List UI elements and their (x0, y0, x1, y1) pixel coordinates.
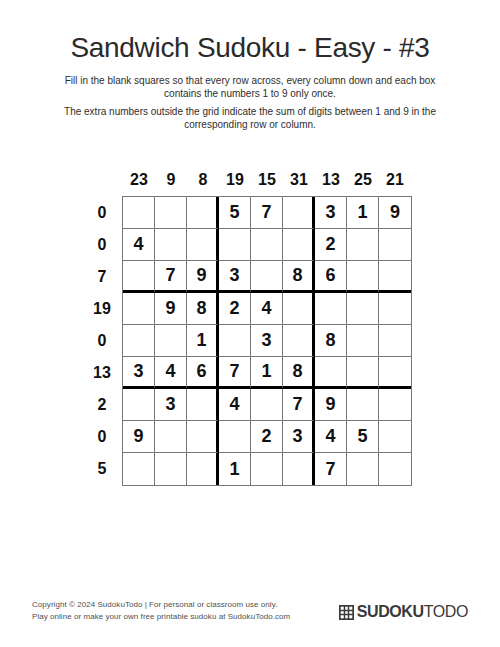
col-clue-6: 31 (283, 164, 315, 192)
col-clue-3: 8 (187, 164, 219, 192)
cell-r5c3[interactable]: 1 (187, 325, 219, 357)
cell-r6c8[interactable] (347, 357, 379, 389)
col-clue-5: 15 (251, 164, 283, 192)
cell-r6c1[interactable]: 3 (123, 357, 155, 389)
row-clue-1: 0 (86, 197, 118, 229)
cell-r2c9[interactable] (379, 229, 411, 261)
cell-r5c9[interactable] (379, 325, 411, 357)
col-clue-8: 25 (347, 164, 379, 192)
cell-r2c8[interactable] (347, 229, 379, 261)
cell-r9c9[interactable] (379, 453, 411, 485)
cell-r9c1[interactable] (123, 453, 155, 485)
cell-r5c7[interactable]: 8 (315, 325, 347, 357)
cell-r8c7[interactable]: 4 (315, 421, 347, 453)
cell-r9c8[interactable] (347, 453, 379, 485)
cell-r1c8[interactable]: 1 (347, 197, 379, 229)
cell-r2c1[interactable]: 4 (123, 229, 155, 261)
cell-r5c4[interactable] (219, 325, 251, 357)
row-clue-4: 19 (86, 293, 118, 325)
cell-r8c3[interactable] (187, 421, 219, 453)
cell-r7c4[interactable]: 4 (219, 389, 251, 421)
cell-r4c7[interactable] (315, 293, 347, 325)
cell-r5c8[interactable] (347, 325, 379, 357)
cell-r2c7[interactable]: 2 (315, 229, 347, 261)
instructions-rules: Fill in the blank squares so that every … (50, 74, 450, 100)
footer-copyright: Copyright © 2024 SudokuTodo | For person… (32, 599, 290, 623)
cell-r4c9[interactable] (379, 293, 411, 325)
logo-text-sudoku: SUDOKU (357, 603, 424, 621)
cell-r4c6[interactable] (283, 293, 315, 325)
cell-r7c2[interactable]: 3 (155, 389, 187, 421)
row-clue-7: 2 (86, 389, 118, 421)
cell-r4c3[interactable]: 8 (187, 293, 219, 325)
cell-r5c1[interactable] (123, 325, 155, 357)
cell-r1c1[interactable] (123, 197, 155, 229)
cell-r2c3[interactable] (187, 229, 219, 261)
cell-r1c3[interactable] (187, 197, 219, 229)
puzzle-title: Sandwich Sudoku - Easy - #3 (0, 32, 500, 64)
cell-r1c9[interactable]: 9 (379, 197, 411, 229)
row-clue-6: 13 (86, 357, 118, 389)
cell-r2c4[interactable] (219, 229, 251, 261)
cell-r4c8[interactable] (347, 293, 379, 325)
cell-r3c7[interactable]: 6 (315, 261, 347, 293)
cell-r9c7[interactable]: 7 (315, 453, 347, 485)
cell-r7c6[interactable]: 7 (283, 389, 315, 421)
col-clue-9: 21 (379, 164, 411, 192)
cell-r7c1[interactable] (123, 389, 155, 421)
cell-r9c6[interactable] (283, 453, 315, 485)
cell-r1c2[interactable] (155, 197, 187, 229)
cell-r4c4[interactable]: 2 (219, 293, 251, 325)
cell-r7c3[interactable] (187, 389, 219, 421)
cell-r7c8[interactable] (347, 389, 379, 421)
row-clues: 00719013205 (86, 197, 118, 485)
cell-r9c4[interactable]: 1 (219, 453, 251, 485)
cell-r3c3[interactable]: 9 (187, 261, 219, 293)
cell-r7c5[interactable] (251, 389, 283, 421)
instructions-sandwich: The extra numbers outside the grid indic… (50, 105, 450, 131)
cell-r8c8[interactable]: 5 (347, 421, 379, 453)
cell-r3c8[interactable] (347, 261, 379, 293)
cell-r8c1[interactable]: 9 (123, 421, 155, 453)
cell-r6c5[interactable]: 1 (251, 357, 283, 389)
cell-r3c4[interactable]: 3 (219, 261, 251, 293)
cell-r1c6[interactable] (283, 197, 315, 229)
cell-r2c5[interactable] (251, 229, 283, 261)
col-clue-1: 23 (123, 164, 155, 192)
cell-r5c6[interactable] (283, 325, 315, 357)
logo-text-todo: TODO (424, 603, 468, 621)
cell-r2c2[interactable] (155, 229, 187, 261)
col-clue-2: 9 (155, 164, 187, 192)
col-clues: 2398191531132521 (123, 164, 411, 192)
cell-r9c5[interactable] (251, 453, 283, 485)
copyright-line-2: Play online or make your own free printa… (32, 611, 290, 623)
cell-r6c3[interactable]: 6 (187, 357, 219, 389)
cell-r1c5[interactable]: 7 (251, 197, 283, 229)
cell-r9c3[interactable] (187, 453, 219, 485)
page: Sandwich Sudoku - Easy - #3 Fill in the … (0, 0, 500, 647)
grid-icon (339, 605, 357, 620)
cell-r2c6[interactable] (283, 229, 315, 261)
cell-r3c9[interactable] (379, 261, 411, 293)
cell-r7c7[interactable]: 9 (315, 389, 347, 421)
col-clue-4: 19 (219, 164, 251, 192)
cell-r7c9[interactable] (379, 389, 411, 421)
cell-r5c2[interactable] (155, 325, 187, 357)
cell-r6c9[interactable] (379, 357, 411, 389)
cell-r5c5[interactable]: 3 (251, 325, 283, 357)
cell-r4c1[interactable] (123, 293, 155, 325)
cell-r3c1[interactable] (123, 261, 155, 293)
cell-r6c4[interactable]: 7 (219, 357, 251, 389)
cell-r8c4[interactable] (219, 421, 251, 453)
cell-r8c2[interactable] (155, 421, 187, 453)
cell-r8c9[interactable] (379, 421, 411, 453)
row-clue-8: 0 (86, 421, 118, 453)
cell-r8c5[interactable]: 2 (251, 421, 283, 453)
sudokutodo-logo: SUDOKU TODO (339, 602, 468, 622)
col-clue-7: 13 (315, 164, 347, 192)
cell-r1c7[interactable]: 3 (315, 197, 347, 229)
cell-r6c6[interactable]: 8 (283, 357, 315, 389)
sudoku-board: 573194279386982413834671834799234517 (122, 196, 412, 486)
row-clue-2: 0 (86, 229, 118, 261)
cell-r8c6[interactable]: 3 (283, 421, 315, 453)
copyright-line-1: Copyright © 2024 SudokuTodo | For person… (32, 599, 290, 611)
cell-r3c6[interactable]: 8 (283, 261, 315, 293)
cell-r6c2[interactable]: 4 (155, 357, 187, 389)
cell-r3c2[interactable]: 7 (155, 261, 187, 293)
cell-r6c7[interactable] (315, 357, 347, 389)
row-clue-9: 5 (86, 453, 118, 485)
row-clue-5: 0 (86, 325, 118, 357)
cell-r4c5[interactable]: 4 (251, 293, 283, 325)
cell-r1c4[interactable]: 5 (219, 197, 251, 229)
cell-r9c2[interactable] (155, 453, 187, 485)
row-clue-3: 7 (86, 261, 118, 293)
cell-r4c2[interactable]: 9 (155, 293, 187, 325)
cell-r3c5[interactable] (251, 261, 283, 293)
